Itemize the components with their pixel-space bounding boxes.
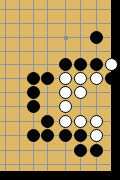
white-stone[interactable] (59, 100, 72, 113)
black-stone[interactable] (41, 129, 54, 142)
grid-line-horizontal (0, 51, 111, 52)
board-edge-right (111, 0, 120, 180)
white-stone[interactable] (105, 58, 118, 71)
white-stone[interactable] (74, 72, 87, 85)
board-edge-bottom (0, 171, 120, 180)
white-stone[interactable] (74, 115, 87, 128)
white-stone[interactable] (90, 129, 103, 142)
black-stone[interactable] (74, 144, 87, 157)
go-board[interactable] (0, 0, 120, 180)
grid-line-horizontal (0, 23, 111, 24)
white-stone[interactable] (90, 115, 103, 128)
go-problem-screen (0, 0, 120, 180)
grid-line-horizontal (0, 92, 111, 93)
black-stone[interactable] (27, 100, 40, 113)
black-stone[interactable] (41, 115, 54, 128)
grid-line-horizontal (0, 106, 111, 107)
grid-line-vertical (5, 0, 6, 171)
black-stone[interactable] (90, 144, 103, 157)
black-stone[interactable] (90, 58, 103, 71)
white-stone[interactable] (59, 86, 72, 99)
white-stone[interactable] (90, 72, 103, 85)
black-stone[interactable] (90, 31, 103, 44)
white-stone[interactable] (74, 86, 87, 99)
white-stone[interactable] (59, 72, 72, 85)
black-stone[interactable] (27, 72, 40, 85)
black-stone[interactable] (41, 72, 54, 85)
black-stone[interactable] (27, 86, 40, 99)
black-stone[interactable] (74, 129, 87, 142)
white-stone[interactable] (59, 115, 72, 128)
grid-line-horizontal (0, 9, 111, 10)
black-stone[interactable] (27, 129, 40, 142)
black-stone[interactable] (105, 72, 118, 85)
black-stone[interactable] (59, 58, 72, 71)
star-point (64, 36, 68, 40)
grid-line-vertical (19, 0, 20, 171)
grid-line-horizontal (0, 164, 111, 165)
black-stone[interactable] (74, 58, 87, 71)
black-stone[interactable] (59, 129, 72, 142)
grid-line-vertical (47, 0, 48, 171)
